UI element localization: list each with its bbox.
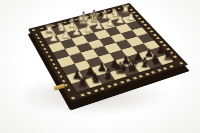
piece-white-pawn[interactable]: ♟ <box>44 32 64 42</box>
corner-ornament-icon <box>32 29 36 31</box>
square-h8[interactable]: ♜ <box>71 80 89 93</box>
chess-set-photo: ♜♞♝♚♛♝♞♜♟♟♟♟♟♟♟♟♟♟♟♟♟♟♟♟♜♞♝♚♛♝♞♜ <box>0 0 200 133</box>
piece-black-rook[interactable]: ♜ <box>72 76 95 89</box>
corner-ornament-icon <box>179 62 183 65</box>
square-a5[interactable] <box>137 33 154 43</box>
corner-ornament-icon <box>71 97 75 100</box>
square-h2[interactable]: ♟ <box>44 35 60 45</box>
